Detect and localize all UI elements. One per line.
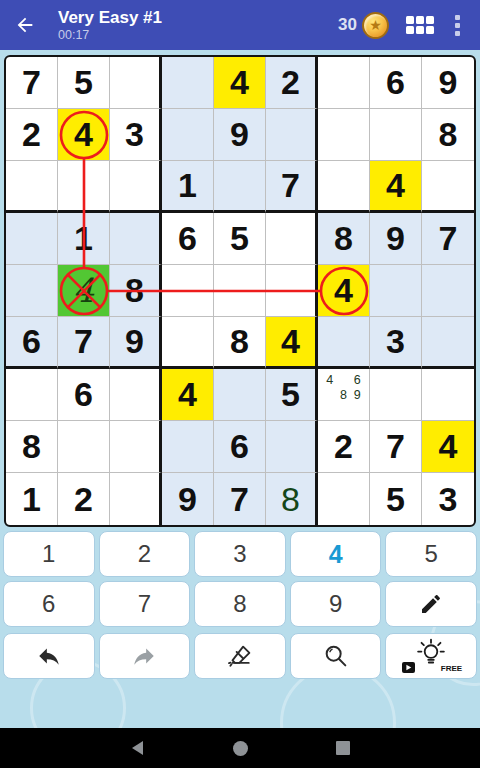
cell-r3c2[interactable] — [58, 161, 110, 213]
cell-r6c7[interactable] — [318, 317, 370, 369]
cell-r5c2[interactable]: 4 — [58, 265, 110, 317]
cell-r7c5[interactable] — [214, 369, 266, 421]
back-button[interactable] — [0, 0, 50, 50]
cell-r8c6[interactable] — [266, 421, 318, 473]
cell-r5c7[interactable]: 4 — [318, 265, 370, 317]
grid-square — [426, 26, 434, 34]
cell-r5c3[interactable]: 8 — [110, 265, 162, 317]
title-block: Very Easy #1 00:17 — [58, 8, 162, 42]
redo-button[interactable] — [99, 633, 191, 679]
keypad-row-1: 1 2 3 4 5 — [3, 531, 477, 577]
hint-button[interactable]: FREE — [385, 633, 477, 679]
pencil-note: 8 — [337, 388, 351, 403]
sudoku-app: Very Easy #1 00:17 30 ★ 7542692439817416… — [0, 0, 480, 768]
cell-r9c7[interactable] — [318, 473, 370, 525]
cell-r9c8[interactable]: 5 — [370, 473, 422, 525]
levels-grid-button[interactable] — [406, 16, 434, 34]
cell-r4c9[interactable]: 7 — [422, 213, 474, 265]
cell-r7c9[interactable] — [422, 369, 474, 421]
cell-r4c1[interactable] — [6, 213, 58, 265]
cell-r3c6[interactable]: 7 — [266, 161, 318, 213]
cell-r3c5[interactable] — [214, 161, 266, 213]
cell-r6c2[interactable]: 7 — [58, 317, 110, 369]
cell-r6c1[interactable]: 6 — [6, 317, 58, 369]
menu-dot — [455, 23, 460, 28]
cell-r5c9[interactable] — [422, 265, 474, 317]
coins-button[interactable]: 30 ★ — [338, 12, 389, 39]
cell-r4c8[interactable]: 9 — [370, 213, 422, 265]
cell-r2c8[interactable] — [370, 109, 422, 161]
cell-r2c5[interactable]: 9 — [214, 109, 266, 161]
redo-icon — [131, 643, 157, 669]
cell-r3c8[interactable]: 4 — [370, 161, 422, 213]
cell-r2c6[interactable] — [266, 109, 318, 161]
cell-r2c3[interactable]: 3 — [110, 109, 162, 161]
key-1[interactable]: 1 — [3, 531, 95, 577]
cell-r1c1[interactable]: 7 — [6, 57, 58, 109]
pencil-note: 9 — [350, 388, 364, 403]
cell-r8c7[interactable]: 2 — [318, 421, 370, 473]
cell-r9c5[interactable]: 7 — [214, 473, 266, 525]
page-title: Very Easy #1 — [58, 8, 162, 28]
cell-r8c9[interactable]: 4 — [422, 421, 474, 473]
cell-r7c4[interactable]: 4 — [162, 369, 214, 421]
cell-r2c7[interactable] — [318, 109, 370, 161]
key-2[interactable]: 2 — [99, 531, 191, 577]
back-arrow-icon — [14, 14, 36, 36]
cell-r3c9[interactable] — [422, 161, 474, 213]
cell-r9c9[interactable]: 3 — [422, 473, 474, 525]
cell-r4c2[interactable]: 1 — [58, 213, 110, 265]
cell-r2c9[interactable]: 8 — [422, 109, 474, 161]
cell-r3c7[interactable] — [318, 161, 370, 213]
android-nav-bar — [0, 728, 480, 768]
cell-r1c9[interactable]: 9 — [422, 57, 474, 109]
cell-r2c2[interactable]: 4 — [58, 109, 110, 161]
game-timer: 00:17 — [58, 28, 162, 42]
grid-square — [416, 16, 424, 24]
magnifier-button[interactable] — [290, 633, 382, 679]
cell-r8c5[interactable]: 6 — [214, 421, 266, 473]
cell-r4c7[interactable]: 8 — [318, 213, 370, 265]
cell-r4c6[interactable] — [266, 213, 318, 265]
cell-r6c3[interactable]: 9 — [110, 317, 162, 369]
cell-r3c3[interactable] — [110, 161, 162, 213]
nav-home-icon[interactable] — [233, 741, 248, 756]
coin-icon: ★ — [362, 12, 389, 39]
undo-icon — [36, 643, 62, 669]
cell-r5c6[interactable] — [266, 265, 318, 317]
grid-square — [406, 26, 414, 34]
cell-r9c1[interactable]: 1 — [6, 473, 58, 525]
pencil-note: 4 — [323, 373, 337, 388]
cell-r4c5[interactable]: 5 — [214, 213, 266, 265]
key-5[interactable]: 5 — [385, 531, 477, 577]
grid-square — [416, 26, 424, 34]
key-8[interactable]: 8 — [194, 581, 286, 627]
cell-r7c2[interactable]: 6 — [58, 369, 110, 421]
cell-r5c8[interactable] — [370, 265, 422, 317]
cell-r2c4[interactable] — [162, 109, 214, 161]
cell-r9c4[interactable]: 9 — [162, 473, 214, 525]
eraser-icon — [225, 641, 255, 671]
cell-r6c8[interactable]: 3 — [370, 317, 422, 369]
cell-r7c8[interactable] — [370, 369, 422, 421]
cell-r3c1[interactable] — [6, 161, 58, 213]
cell-r2c1[interactable]: 2 — [6, 109, 58, 161]
grid-square — [426, 16, 434, 24]
nav-recents-icon[interactable] — [336, 741, 350, 755]
cell-r9c6[interactable]: 8 — [266, 473, 318, 525]
coin-count: 30 — [338, 15, 357, 35]
cell-r8c3[interactable] — [110, 421, 162, 473]
cell-r6c6[interactable]: 4 — [266, 317, 318, 369]
nav-back-icon[interactable] — [130, 740, 146, 756]
menu-dot — [455, 15, 460, 20]
cell-r7c6[interactable]: 5 — [266, 369, 318, 421]
cell-r5c4[interactable] — [162, 265, 214, 317]
app-bar: Very Easy #1 00:17 30 ★ — [0, 0, 480, 50]
cell-r6c9[interactable] — [422, 317, 474, 369]
cell-r7c7[interactable]: 4689 — [318, 369, 370, 421]
cell-r5c5[interactable] — [214, 265, 266, 317]
pencil-note: 6 — [350, 373, 364, 388]
grid-square — [406, 16, 414, 24]
cell-r9c3[interactable] — [110, 473, 162, 525]
key-9[interactable]: 9 — [290, 581, 382, 627]
cell-r1c8[interactable]: 6 — [370, 57, 422, 109]
tools-row: FREE — [3, 633, 477, 679]
menu-dot — [455, 31, 460, 36]
appbar-actions: 30 ★ — [338, 11, 480, 40]
cell-r1c2[interactable]: 5 — [58, 57, 110, 109]
pencil-button[interactable] — [385, 581, 477, 627]
star-icon: ★ — [369, 18, 382, 32]
sudoku-board: 7542692439817416589748467984364546898627… — [4, 55, 476, 527]
key-7[interactable]: 7 — [99, 581, 191, 627]
cell-r1c4[interactable] — [162, 57, 214, 109]
hint-icon-group: FREE — [400, 638, 462, 674]
pencil-icon — [419, 592, 443, 616]
cell-r1c6[interactable]: 2 — [266, 57, 318, 109]
keypad-row-2: 6 7 8 9 — [3, 581, 477, 627]
cell-r4c3[interactable] — [110, 213, 162, 265]
eraser-button[interactable] — [194, 633, 286, 679]
key-6[interactable]: 6 — [3, 581, 95, 627]
cell-r8c8[interactable]: 7 — [370, 421, 422, 473]
hint-free-label: FREE — [441, 664, 462, 673]
cell-r8c1[interactable]: 8 — [6, 421, 58, 473]
cell-r3c4[interactable]: 1 — [162, 161, 214, 213]
cell-r7c1[interactable] — [6, 369, 58, 421]
cell-r8c4[interactable] — [162, 421, 214, 473]
cell-r7c3[interactable] — [110, 369, 162, 421]
undo-button[interactable] — [3, 633, 95, 679]
cell-r6c5[interactable]: 8 — [214, 317, 266, 369]
cell-r1c3[interactable] — [110, 57, 162, 109]
magnifier-icon — [322, 642, 350, 670]
cell-r5c1[interactable] — [6, 265, 58, 317]
key-4-selected[interactable]: 4 — [290, 531, 382, 577]
key-3[interactable]: 3 — [194, 531, 286, 577]
cell-r9c2[interactable]: 2 — [58, 473, 110, 525]
cell-r4c4[interactable]: 6 — [162, 213, 214, 265]
cell-r1c7[interactable] — [318, 57, 370, 109]
overflow-menu-button[interactable] — [451, 11, 464, 40]
cell-r8c2[interactable] — [58, 421, 110, 473]
watch-ad-play-icon — [402, 662, 415, 673]
cell-r6c4[interactable] — [162, 317, 214, 369]
cell-r1c5[interactable]: 4 — [214, 57, 266, 109]
